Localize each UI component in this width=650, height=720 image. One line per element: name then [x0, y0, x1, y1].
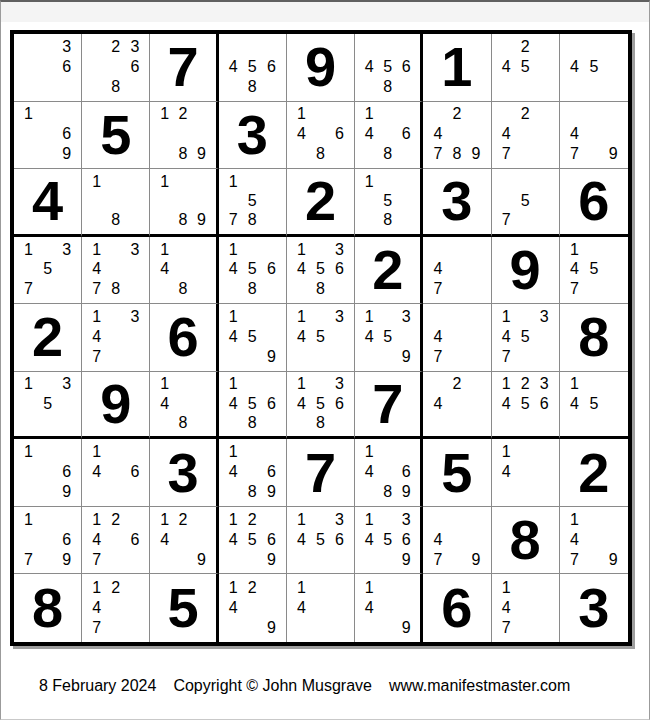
- pencil-mark-pos-4: [19, 462, 38, 482]
- cell-r4c3[interactable]: 148: [150, 237, 218, 305]
- pencil-mark-pos-8: 8: [106, 210, 125, 229]
- pencil-mark-pos-2: [516, 442, 535, 462]
- cell-r4c1[interactable]: 1357: [14, 237, 82, 305]
- pencil-marks: 479: [560, 102, 628, 169]
- pencil-mark-pos-9: [57, 279, 76, 299]
- cell-r1c1[interactable]: 36: [14, 34, 82, 102]
- solved-digit: 6: [167, 309, 198, 365]
- pencil-mark-pos-1: [87, 37, 106, 57]
- pencil-mark-pos-9: [125, 77, 144, 97]
- cell-r2c4[interactable]: 3: [219, 102, 287, 170]
- pencil-mark-pos-8: [106, 482, 125, 502]
- pencil-mark-pos-7: [292, 144, 311, 164]
- pencil-mark-pos-9: [125, 279, 144, 299]
- pencil-mark-pos-3: [262, 577, 281, 597]
- pencil-mark-pos-1: [428, 105, 447, 125]
- pencil-mark-pos-4: [224, 191, 243, 210]
- cell-r8c1[interactable]: 1679: [14, 507, 82, 575]
- pencil-mark-pos-2: [379, 442, 397, 462]
- pencil-mark-pos-9: 9: [466, 550, 485, 570]
- pencil-mark-pos-5: 5: [243, 191, 262, 210]
- pencil-mark-pos-5: [106, 327, 125, 347]
- cell-r2c7[interactable]: 24789: [423, 102, 491, 170]
- pencil-mark-pos-3: [466, 307, 485, 327]
- pencil-mark-pos-3: [330, 105, 349, 125]
- pencil-mark-pos-3: [604, 510, 623, 530]
- pencil-mark-pos-3: [535, 105, 554, 125]
- pencil-mark-pos-5: 5: [379, 530, 397, 550]
- pencil-mark-pos-5: 5: [311, 327, 330, 347]
- pencil-mark-pos-2: 2: [106, 37, 125, 57]
- pencil-mark-pos-7: [155, 550, 173, 570]
- pencil-mark-pos-6: 6: [330, 530, 349, 550]
- pencil-mark-pos-6: [192, 394, 210, 413]
- pencil-mark-pos-6: 6: [330, 394, 349, 413]
- pencil-mark-pos-4: 4: [224, 462, 243, 482]
- pencil-mark-pos-4: 4: [292, 530, 311, 550]
- pencil-mark-pos-1: 1: [360, 510, 378, 530]
- pencil-mark-pos-4: 4: [87, 598, 106, 618]
- cell-r5c4[interactable]: 1459: [219, 304, 287, 372]
- pencil-mark-pos-2: 2: [243, 577, 262, 597]
- cell-r6c4[interactable]: 14568: [219, 372, 287, 440]
- pencil-mark-pos-2: [447, 307, 466, 327]
- cell-r3c1[interactable]: 4: [14, 169, 82, 237]
- cell-r4c9[interactable]: 1457: [560, 237, 628, 305]
- cell-r7c4[interactable]: 14689: [219, 439, 287, 507]
- pencil-marks: 1457: [560, 237, 628, 304]
- cell-r3c7[interactable]: 3: [423, 169, 491, 237]
- pencil-marks: 1345: [287, 304, 354, 371]
- pencil-mark-pos-3: [262, 510, 281, 530]
- pencil-mark-pos-3: [397, 37, 415, 57]
- pencil-mark-pos-8: 8: [174, 279, 192, 299]
- cell-r2c9[interactable]: 479: [560, 102, 628, 170]
- pencil-marks: 24789: [423, 102, 490, 169]
- pencil-mark-pos-2: [38, 510, 57, 530]
- cell-r8c8[interactable]: 8: [492, 507, 560, 575]
- pencil-mark-pos-9: 9: [262, 482, 281, 502]
- pencil-mark-pos-8: 8: [379, 144, 397, 164]
- pencil-mark-pos-7: 7: [497, 210, 516, 229]
- pencil-mark-pos-5: [447, 260, 466, 280]
- pencil-mark-pos-2: 2: [516, 375, 535, 394]
- pencil-mark-pos-6: [397, 191, 415, 210]
- cell-r6c9[interactable]: 145: [560, 372, 628, 440]
- pencil-mark-pos-9: [125, 618, 144, 638]
- cell-r4c5[interactable]: 134568: [287, 237, 355, 305]
- cell-r1c7[interactable]: 1: [423, 34, 491, 102]
- cell-r5c8[interactable]: 13457: [492, 304, 560, 372]
- pencil-mark-pos-9: [262, 210, 281, 229]
- pencil-marks: 147: [492, 574, 559, 642]
- pencil-mark-pos-2: [311, 510, 330, 530]
- pencil-mark-pos-5: [38, 124, 57, 144]
- cell-r5c2[interactable]: 1347: [82, 304, 150, 372]
- pencil-mark-pos-8: 8: [243, 210, 262, 229]
- pencil-mark-pos-6: [57, 394, 76, 413]
- cell-r8c2[interactable]: 12467: [82, 507, 150, 575]
- pencil-mark-pos-5: 5: [516, 191, 535, 210]
- cell-r6c8[interactable]: 123456: [492, 372, 560, 440]
- cell-r9c3[interactable]: 5: [150, 574, 218, 642]
- cell-r2c1[interactable]: 169: [14, 102, 82, 170]
- pencil-mark-pos-5: [106, 530, 125, 550]
- cell-r4c6[interactable]: 2: [355, 237, 423, 305]
- pencil-mark-pos-3: [125, 510, 144, 530]
- pencil-mark-pos-6: [535, 57, 554, 77]
- pencil-marks: 123456: [492, 372, 559, 437]
- pencil-mark-pos-6: [604, 260, 623, 280]
- pencil-mark-pos-6: 6: [397, 124, 415, 144]
- pencil-mark-pos-8: [584, 144, 603, 164]
- pencil-mark-pos-3: 3: [125, 240, 144, 260]
- cell-r3c9[interactable]: 6: [560, 169, 628, 237]
- pencil-mark-pos-7: [19, 413, 38, 432]
- cell-r3c4[interactable]: 1578: [219, 169, 287, 237]
- cell-r1c6[interactable]: 4568: [355, 34, 423, 102]
- pencil-mark-pos-8: [584, 77, 603, 97]
- pencil-mark-pos-9: 9: [57, 550, 76, 570]
- pencil-mark-pos-5: [106, 57, 125, 77]
- pencil-mark-pos-8: [516, 413, 535, 432]
- sudoku-board: 3623687456894568124545169512893146814682…: [10, 30, 632, 646]
- pencil-mark-pos-2: 2: [243, 510, 262, 530]
- pencil-mark-pos-4: 4: [292, 124, 311, 144]
- pencil-mark-pos-1: 1: [565, 510, 584, 530]
- cell-r9c4[interactable]: 1249: [219, 574, 287, 642]
- cell-r9c5[interactable]: 14: [287, 574, 355, 642]
- cell-r9c8[interactable]: 147: [492, 574, 560, 642]
- pencil-mark-pos-7: [360, 144, 378, 164]
- cell-r8c3[interactable]: 1249: [150, 507, 218, 575]
- cell-r7c2[interactable]: 146: [82, 439, 150, 507]
- pencil-marks: 1468: [287, 102, 354, 169]
- cell-r7c7[interactable]: 5: [423, 439, 491, 507]
- cell-r7c8[interactable]: 14: [492, 439, 560, 507]
- pencil-mark-pos-8: [584, 279, 603, 299]
- pencil-mark-pos-9: 9: [397, 482, 415, 502]
- pencil-mark-pos-4: 4: [565, 124, 584, 144]
- pencil-mark-pos-1: 1: [87, 172, 106, 191]
- pencil-mark-pos-1: 1: [224, 240, 243, 260]
- pencil-mark-pos-5: [174, 260, 192, 280]
- pencil-mark-pos-2: [311, 577, 330, 597]
- pencil-mark-pos-1: [428, 510, 447, 530]
- pencil-mark-pos-5: 5: [243, 327, 262, 347]
- pencil-mark-pos-8: 8: [106, 77, 125, 97]
- pencil-mark-pos-7: [497, 413, 516, 432]
- pencil-mark-pos-1: 1: [87, 510, 106, 530]
- pencil-mark-pos-1: 1: [224, 577, 243, 597]
- pencil-mark-pos-9: [330, 347, 349, 367]
- pencil-mark-pos-4: 4: [497, 327, 516, 347]
- pencil-mark-pos-3: [192, 240, 210, 260]
- pencil-marks: 13457: [492, 304, 559, 371]
- pencil-mark-pos-5: [311, 124, 330, 144]
- pencil-mark-pos-7: [565, 77, 584, 97]
- pencil-mark-pos-9: [397, 210, 415, 229]
- pencil-mark-pos-5: 5: [584, 394, 603, 413]
- cell-r4c8[interactable]: 9: [492, 237, 560, 305]
- pencil-mark-pos-8: [584, 413, 603, 432]
- solved-digit: 2: [32, 309, 63, 365]
- cell-r9c9[interactable]: 3: [560, 574, 628, 642]
- pencil-mark-pos-3: [192, 172, 210, 191]
- cell-r8c7[interactable]: 479: [423, 507, 491, 575]
- pencil-mark-pos-3: [192, 510, 210, 530]
- pencil-mark-pos-4: 4: [565, 530, 584, 550]
- cell-r1c4[interactable]: 4568: [219, 34, 287, 102]
- pencil-mark-pos-7: [292, 279, 311, 299]
- pencil-mark-pos-8: 8: [174, 144, 192, 164]
- pencil-mark-pos-8: [516, 347, 535, 367]
- cell-r9c7[interactable]: 6: [423, 574, 491, 642]
- pencil-mark-pos-6: [466, 260, 485, 280]
- pencil-mark-pos-5: 5: [584, 57, 603, 77]
- cell-r5c6[interactable]: 13459: [355, 304, 423, 372]
- cell-r1c9[interactable]: 45: [560, 34, 628, 102]
- pencil-mark-pos-4: 4: [565, 57, 584, 77]
- pencil-mark-pos-4: [87, 191, 106, 210]
- pencil-mark-pos-5: [447, 530, 466, 550]
- pencil-marks: 146: [82, 439, 149, 506]
- pencil-mark-pos-7: 7: [224, 210, 243, 229]
- cell-r8c5[interactable]: 13456: [287, 507, 355, 575]
- pencil-mark-pos-1: 1: [565, 240, 584, 260]
- pencil-mark-pos-5: [106, 462, 125, 482]
- cell-r6c6[interactable]: 7: [355, 372, 423, 440]
- pencil-mark-pos-7: 7: [565, 550, 584, 570]
- pencil-mark-pos-2: 2: [516, 37, 535, 57]
- pencil-mark-pos-1: [428, 240, 447, 260]
- solved-digit: 3: [578, 580, 609, 636]
- pencil-mark-pos-5: 5: [243, 260, 262, 280]
- pencil-mark-pos-2: [174, 172, 192, 191]
- pencil-mark-pos-3: 3: [330, 240, 349, 260]
- pencil-mark-pos-1: 1: [224, 172, 243, 191]
- cell-r1c2[interactable]: 2368: [82, 34, 150, 102]
- pencil-mark-pos-3: 3: [535, 375, 554, 394]
- pencil-mark-pos-9: [535, 347, 554, 367]
- cell-r6c2[interactable]: 9: [82, 372, 150, 440]
- pencil-mark-pos-5: [447, 124, 466, 144]
- pencil-mark-pos-6: [466, 394, 485, 413]
- solved-digit: 6: [441, 580, 472, 636]
- cell-r9c2[interactable]: 1247: [82, 574, 150, 642]
- pencil-mark-pos-4: 4: [292, 394, 311, 413]
- cell-r2c6[interactable]: 1468: [355, 102, 423, 170]
- pencil-mark-pos-3: 3: [535, 307, 554, 327]
- cell-r9c1[interactable]: 8: [14, 574, 82, 642]
- pencil-mark-pos-1: 1: [292, 375, 311, 394]
- cell-r7c1[interactable]: 169: [14, 439, 82, 507]
- pencil-mark-pos-2: [379, 37, 397, 57]
- pencil-mark-pos-6: [535, 191, 554, 210]
- pencil-marks: 158: [355, 169, 420, 234]
- pencil-mark-pos-3: [125, 577, 144, 597]
- cell-r3c2[interactable]: 18: [82, 169, 150, 237]
- pencil-mark-pos-5: 5: [516, 57, 535, 77]
- cell-r3c3[interactable]: 189: [150, 169, 218, 237]
- pencil-mark-pos-4: [19, 394, 38, 413]
- pencil-mark-pos-5: 5: [243, 394, 262, 413]
- pencil-mark-pos-7: 7: [565, 279, 584, 299]
- pencil-mark-pos-7: [155, 279, 173, 299]
- solved-digit: 3: [167, 445, 198, 501]
- solved-digit: 7: [167, 39, 198, 95]
- pencil-mark-pos-9: 9: [397, 550, 415, 570]
- pencil-mark-pos-3: 3: [397, 510, 415, 530]
- pencil-mark-pos-6: 6: [125, 462, 144, 482]
- pencil-mark-pos-7: 7: [497, 618, 516, 638]
- cell-r8c9[interactable]: 1479: [560, 507, 628, 575]
- cell-r8c4[interactable]: 124569: [219, 507, 287, 575]
- pencil-mark-pos-9: 9: [262, 347, 281, 367]
- pencil-marks: 169: [14, 102, 81, 169]
- cell-r6c7[interactable]: 24: [423, 372, 491, 440]
- cell-r7c3[interactable]: 3: [150, 439, 218, 507]
- pencil-mark-pos-3: [397, 442, 415, 462]
- pencil-marks: 13459: [355, 304, 420, 371]
- pencil-mark-pos-8: 8: [311, 413, 330, 432]
- pencil-mark-pos-4: 4: [87, 462, 106, 482]
- pencil-marks: 2368: [82, 34, 149, 101]
- pencil-mark-pos-1: 1: [292, 577, 311, 597]
- pencil-marks: 148: [150, 237, 215, 304]
- pencil-mark-pos-9: [262, 77, 281, 97]
- pencil-mark-pos-6: [262, 598, 281, 618]
- pencil-mark-pos-4: 4: [497, 462, 516, 482]
- cell-r4c7[interactable]: 47: [423, 237, 491, 305]
- cell-r8c6[interactable]: 134569: [355, 507, 423, 575]
- pencil-mark-pos-6: [535, 598, 554, 618]
- pencil-mark-pos-4: [19, 530, 38, 550]
- pencil-marks: 149: [355, 574, 420, 642]
- pencil-marks: 14568: [219, 372, 286, 437]
- cell-r4c2[interactable]: 13478: [82, 237, 150, 305]
- pencil-mark-pos-9: 9: [192, 210, 210, 229]
- pencil-mark-pos-7: [224, 618, 243, 638]
- pencil-mark-pos-3: [535, 172, 554, 191]
- pencil-mark-pos-4: 4: [155, 394, 173, 413]
- cell-r6c5[interactable]: 134568: [287, 372, 355, 440]
- cell-r6c3[interactable]: 148: [150, 372, 218, 440]
- pencil-mark-pos-7: 7: [565, 144, 584, 164]
- cell-r1c8[interactable]: 245: [492, 34, 560, 102]
- pencil-mark-pos-1: 1: [87, 240, 106, 260]
- pencil-marks: 1479: [560, 507, 628, 574]
- pencil-mark-pos-1: 1: [155, 105, 173, 125]
- pencil-mark-pos-7: [360, 618, 378, 638]
- cell-r2c2[interactable]: 5: [82, 102, 150, 170]
- cell-r1c3[interactable]: 7: [150, 34, 218, 102]
- pencil-mark-pos-7: [224, 550, 243, 570]
- pencil-mark-pos-7: [155, 144, 173, 164]
- cell-r5c5[interactable]: 1345: [287, 304, 355, 372]
- cell-r5c7[interactable]: 47: [423, 304, 491, 372]
- cell-r9c6[interactable]: 149: [355, 574, 423, 642]
- pencil-mark-pos-5: 5: [311, 394, 330, 413]
- cell-r3c8[interactable]: 57: [492, 169, 560, 237]
- pencil-mark-pos-8: [38, 550, 57, 570]
- pencil-marks: 145: [560, 372, 628, 437]
- pencil-mark-pos-8: 8: [174, 413, 192, 432]
- pencil-mark-pos-6: [466, 530, 485, 550]
- pencil-mark-pos-9: 9: [397, 347, 415, 367]
- pencil-mark-pos-1: 1: [87, 577, 106, 597]
- pencil-mark-pos-7: [360, 210, 378, 229]
- pencil-mark-pos-8: 8: [174, 210, 192, 229]
- cell-r7c5[interactable]: 7: [287, 439, 355, 507]
- pencil-mark-pos-1: 1: [497, 307, 516, 327]
- cell-r6c1[interactable]: 135: [14, 372, 82, 440]
- pencil-mark-pos-8: 8: [243, 77, 262, 97]
- pencil-mark-pos-6: 6: [57, 462, 76, 482]
- pencil-mark-pos-3: 3: [57, 240, 76, 260]
- cell-r2c8[interactable]: 247: [492, 102, 560, 170]
- cell-r7c6[interactable]: 14689: [355, 439, 423, 507]
- solved-digit: 9: [100, 376, 131, 432]
- pencil-mark-pos-4: 4: [565, 260, 584, 280]
- pencil-mark-pos-8: [106, 618, 125, 638]
- pencil-mark-pos-5: [38, 530, 57, 550]
- cell-r7c9[interactable]: 2: [560, 439, 628, 507]
- pencil-mark-pos-7: [292, 618, 311, 638]
- pencil-mark-pos-4: 4: [224, 327, 243, 347]
- pencil-mark-pos-2: [38, 105, 57, 125]
- pencil-mark-pos-6: [535, 124, 554, 144]
- cell-r5c3[interactable]: 6: [150, 304, 218, 372]
- cell-r3c5[interactable]: 2: [287, 169, 355, 237]
- pencil-mark-pos-5: 5: [379, 57, 397, 77]
- pencil-mark-pos-6: [57, 260, 76, 280]
- pencil-mark-pos-4: 4: [224, 260, 243, 280]
- pencil-mark-pos-7: 7: [87, 279, 106, 299]
- cell-r2c3[interactable]: 1289: [150, 102, 218, 170]
- pencil-mark-pos-2: [311, 375, 330, 394]
- pencil-marks: 45: [560, 34, 628, 101]
- solved-digit: 5: [167, 580, 198, 636]
- pencil-marks: 14: [287, 574, 354, 642]
- cell-r2c5[interactable]: 1468: [287, 102, 355, 170]
- pencil-mark-pos-7: [224, 482, 243, 502]
- pencil-mark-pos-2: [106, 442, 125, 462]
- pencil-mark-pos-1: 1: [87, 307, 106, 327]
- pencil-mark-pos-9: 9: [57, 144, 76, 164]
- pencil-mark-pos-6: [125, 260, 144, 280]
- cell-r3c6[interactable]: 158: [355, 169, 423, 237]
- solved-digit: 4: [32, 173, 63, 229]
- pencil-mark-pos-8: [379, 550, 397, 570]
- pencil-mark-pos-6: [535, 462, 554, 482]
- pencil-mark-pos-2: [311, 307, 330, 327]
- cell-r4c4[interactable]: 14568: [219, 237, 287, 305]
- pencil-mark-pos-4: 4: [497, 598, 516, 618]
- pencil-mark-pos-1: 1: [497, 375, 516, 394]
- pencil-mark-pos-6: 6: [262, 260, 281, 280]
- pencil-marks: 18: [82, 169, 149, 234]
- pencil-mark-pos-4: 4: [224, 394, 243, 413]
- pencil-mark-pos-1: 1: [224, 307, 243, 327]
- cell-r1c5[interactable]: 9: [287, 34, 355, 102]
- cell-r5c1[interactable]: 2: [14, 304, 82, 372]
- pencil-mark-pos-4: [19, 57, 38, 77]
- pencil-mark-pos-9: [330, 618, 349, 638]
- cell-r5c9[interactable]: 8: [560, 304, 628, 372]
- pencil-mark-pos-8: [38, 482, 57, 502]
- pencil-mark-pos-2: [243, 375, 262, 394]
